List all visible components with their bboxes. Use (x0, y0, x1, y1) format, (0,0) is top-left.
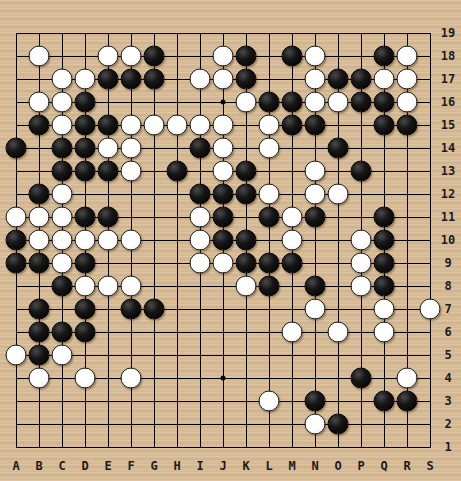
black-stone-q16[interactable] (374, 92, 395, 113)
black-stone-q11[interactable] (374, 207, 395, 228)
row-label-19: 19 (436, 27, 460, 39)
white-stone-d17[interactable] (75, 69, 96, 90)
black-stone-q3[interactable] (374, 391, 395, 412)
white-stone-e8[interactable] (98, 276, 119, 297)
white-stone-r18[interactable] (397, 46, 418, 67)
black-stone-e11[interactable] (98, 207, 119, 228)
black-stone-d11[interactable] (75, 207, 96, 228)
row-label-17: 17 (436, 73, 460, 85)
column-label-f: F (127, 460, 134, 472)
column-label-k: K (242, 460, 249, 472)
black-stone-a14[interactable] (6, 138, 27, 159)
black-stone-k17[interactable] (236, 69, 257, 90)
black-stone-o17[interactable] (328, 69, 349, 90)
white-stone-b16[interactable] (29, 92, 50, 113)
black-stone-d9[interactable] (75, 253, 96, 274)
white-stone-f14[interactable] (121, 138, 142, 159)
black-stone-e15[interactable] (98, 115, 119, 136)
black-stone-c6[interactable] (52, 322, 73, 343)
row-label-2: 2 (436, 418, 460, 430)
black-stone-b12[interactable] (29, 184, 50, 205)
white-stone-q6[interactable] (374, 322, 395, 343)
black-stone-q10[interactable] (374, 230, 395, 251)
column-label-p: P (357, 460, 364, 472)
white-stone-f4[interactable] (121, 368, 142, 389)
white-stone-o12[interactable] (328, 184, 349, 205)
white-stone-c11[interactable] (52, 207, 73, 228)
black-stone-i14[interactable] (190, 138, 211, 159)
column-label-h: H (173, 460, 180, 472)
star-point-j4 (221, 376, 226, 381)
black-stone-j12[interactable] (213, 184, 234, 205)
white-stone-l15[interactable] (259, 115, 280, 136)
white-stone-c15[interactable] (52, 115, 73, 136)
column-label-l: L (265, 460, 272, 472)
black-stone-i12[interactable] (190, 184, 211, 205)
white-stone-q17[interactable] (374, 69, 395, 90)
row-label-13: 13 (436, 165, 460, 177)
white-stone-e10[interactable] (98, 230, 119, 251)
row-label-5: 5 (436, 349, 460, 361)
white-stone-l3[interactable] (259, 391, 280, 412)
row-label-11: 11 (436, 211, 460, 223)
black-stone-r3[interactable] (397, 391, 418, 412)
black-stone-o14[interactable] (328, 138, 349, 159)
go-board[interactable]: ABCDEFGHIJKLMNOPQRS191817161514131211109… (0, 0, 461, 481)
black-stone-q15[interactable] (374, 115, 395, 136)
white-stone-d8[interactable] (75, 276, 96, 297)
white-stone-n7[interactable] (305, 299, 326, 320)
black-stone-n3[interactable] (305, 391, 326, 412)
row-label-7: 7 (436, 303, 460, 315)
white-stone-i10[interactable] (190, 230, 211, 251)
white-stone-f15[interactable] (121, 115, 142, 136)
white-stone-f18[interactable] (121, 46, 142, 67)
white-stone-l14[interactable] (259, 138, 280, 159)
row-label-8: 8 (436, 280, 460, 292)
row-label-18: 18 (436, 50, 460, 62)
white-stone-c17[interactable] (52, 69, 73, 90)
black-stone-l9[interactable] (259, 253, 280, 274)
black-stone-r15[interactable] (397, 115, 418, 136)
row-label-15: 15 (436, 119, 460, 131)
black-stone-p17[interactable] (351, 69, 372, 90)
row-label-16: 16 (436, 96, 460, 108)
black-stone-b15[interactable] (29, 115, 50, 136)
white-stone-n16[interactable] (305, 92, 326, 113)
column-label-n: N (311, 460, 318, 472)
black-stone-c8[interactable] (52, 276, 73, 297)
column-label-b: B (35, 460, 42, 472)
black-stone-p16[interactable] (351, 92, 372, 113)
white-stone-m10[interactable] (282, 230, 303, 251)
white-stone-a11[interactable] (6, 207, 27, 228)
white-stone-i17[interactable] (190, 69, 211, 90)
black-stone-l16[interactable] (259, 92, 280, 113)
white-stone-j14[interactable] (213, 138, 234, 159)
white-stone-b18[interactable] (29, 46, 50, 67)
black-stone-d7[interactable] (75, 299, 96, 320)
black-stone-c14[interactable] (52, 138, 73, 159)
black-stone-k13[interactable] (236, 161, 257, 182)
black-stone-a10[interactable] (6, 230, 27, 251)
white-stone-g15[interactable] (144, 115, 165, 136)
black-stone-d16[interactable] (75, 92, 96, 113)
white-stone-b10[interactable] (29, 230, 50, 251)
black-stone-j11[interactable] (213, 207, 234, 228)
column-label-i: I (196, 460, 203, 472)
white-stone-n13[interactable] (305, 161, 326, 182)
black-stone-n11[interactable] (305, 207, 326, 228)
row-label-1: 1 (436, 441, 460, 453)
white-stone-f13[interactable] (121, 161, 142, 182)
white-stone-p9[interactable] (351, 253, 372, 274)
white-stone-q7[interactable] (374, 299, 395, 320)
column-label-q: Q (380, 460, 387, 472)
black-stone-b5[interactable] (29, 345, 50, 366)
black-stone-b6[interactable] (29, 322, 50, 343)
black-stone-m9[interactable] (282, 253, 303, 274)
black-stone-k18[interactable] (236, 46, 257, 67)
black-stone-l8[interactable] (259, 276, 280, 297)
black-stone-c13[interactable] (52, 161, 73, 182)
white-stone-o6[interactable] (328, 322, 349, 343)
white-stone-d10[interactable] (75, 230, 96, 251)
black-stone-d15[interactable] (75, 115, 96, 136)
black-stone-d6[interactable] (75, 322, 96, 343)
black-stone-p4[interactable] (351, 368, 372, 389)
black-stone-j10[interactable] (213, 230, 234, 251)
white-stone-j18[interactable] (213, 46, 234, 67)
black-stone-k10[interactable] (236, 230, 257, 251)
white-stone-r17[interactable] (397, 69, 418, 90)
row-label-9: 9 (436, 257, 460, 269)
white-stone-k8[interactable] (236, 276, 257, 297)
column-label-r: R (403, 460, 410, 472)
white-stone-m11[interactable] (282, 207, 303, 228)
white-stone-c9[interactable] (52, 253, 73, 274)
black-stone-q8[interactable] (374, 276, 395, 297)
black-stone-m15[interactable] (282, 115, 303, 136)
black-stone-q18[interactable] (374, 46, 395, 67)
white-stone-a5[interactable] (6, 345, 27, 366)
white-stone-i15[interactable] (190, 115, 211, 136)
row-label-3: 3 (436, 395, 460, 407)
white-stone-n2[interactable] (305, 414, 326, 435)
black-stone-a9[interactable] (6, 253, 27, 274)
white-stone-n12[interactable] (305, 184, 326, 205)
white-stone-c16[interactable] (52, 92, 73, 113)
white-stone-e18[interactable] (98, 46, 119, 67)
black-stone-k12[interactable] (236, 184, 257, 205)
white-stone-c5[interactable] (52, 345, 73, 366)
column-label-o: O (334, 460, 341, 472)
column-label-j: J (219, 460, 226, 472)
white-stone-m6[interactable] (282, 322, 303, 343)
white-stone-i11[interactable] (190, 207, 211, 228)
white-stone-r16[interactable] (397, 92, 418, 113)
white-stone-c10[interactable] (52, 230, 73, 251)
column-label-e: E (104, 460, 111, 472)
black-stone-f7[interactable] (121, 299, 142, 320)
black-stone-m18[interactable] (282, 46, 303, 67)
black-stone-b9[interactable] (29, 253, 50, 274)
white-stone-p10[interactable] (351, 230, 372, 251)
white-stone-j15[interactable] (213, 115, 234, 136)
black-stone-d14[interactable] (75, 138, 96, 159)
black-stone-b7[interactable] (29, 299, 50, 320)
black-stone-d13[interactable] (75, 161, 96, 182)
black-stone-n8[interactable] (305, 276, 326, 297)
row-label-6: 6 (436, 326, 460, 338)
black-stone-e17[interactable] (98, 69, 119, 90)
row-label-4: 4 (436, 372, 460, 384)
black-stone-g17[interactable] (144, 69, 165, 90)
white-stone-e14[interactable] (98, 138, 119, 159)
column-label-m: M (288, 460, 295, 472)
black-stone-f17[interactable] (121, 69, 142, 90)
white-stone-l12[interactable] (259, 184, 280, 205)
white-stone-k16[interactable] (236, 92, 257, 113)
white-stone-i9[interactable] (190, 253, 211, 274)
white-stone-b11[interactable] (29, 207, 50, 228)
black-stone-h13[interactable] (167, 161, 188, 182)
white-stone-f8[interactable] (121, 276, 142, 297)
black-stone-q9[interactable] (374, 253, 395, 274)
white-stone-o16[interactable] (328, 92, 349, 113)
black-stone-p13[interactable] (351, 161, 372, 182)
white-stone-p8[interactable] (351, 276, 372, 297)
white-stone-d4[interactable] (75, 368, 96, 389)
row-label-12: 12 (436, 188, 460, 200)
row-label-14: 14 (436, 142, 460, 154)
white-stone-f10[interactable] (121, 230, 142, 251)
white-stone-h15[interactable] (167, 115, 188, 136)
row-label-10: 10 (436, 234, 460, 246)
black-stone-e13[interactable] (98, 161, 119, 182)
white-stone-c12[interactable] (52, 184, 73, 205)
black-stone-o2[interactable] (328, 414, 349, 435)
column-label-g: G (150, 460, 157, 472)
star-point-j16 (221, 100, 226, 105)
column-label-c: C (58, 460, 65, 472)
white-stone-r4[interactable] (397, 368, 418, 389)
column-label-d: D (81, 460, 88, 472)
white-stone-n18[interactable] (305, 46, 326, 67)
white-stone-n17[interactable] (305, 69, 326, 90)
black-stone-g7[interactable] (144, 299, 165, 320)
column-label-a: A (12, 460, 19, 472)
black-stone-l11[interactable] (259, 207, 280, 228)
black-stone-n15[interactable] (305, 115, 326, 136)
black-stone-m16[interactable] (282, 92, 303, 113)
black-stone-g18[interactable] (144, 46, 165, 67)
black-stone-k9[interactable] (236, 253, 257, 274)
white-stone-j9[interactable] (213, 253, 234, 274)
column-label-s: S (426, 460, 433, 472)
white-stone-j13[interactable] (213, 161, 234, 182)
white-stone-b4[interactable] (29, 368, 50, 389)
white-stone-j17[interactable] (213, 69, 234, 90)
